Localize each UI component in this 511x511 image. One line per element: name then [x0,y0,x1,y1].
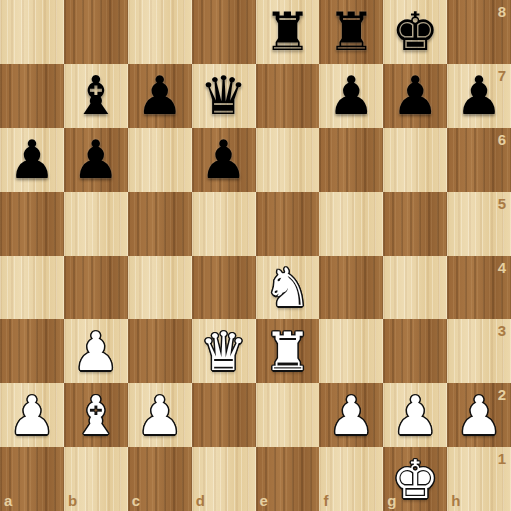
square-h1[interactable]: h1 [447,447,511,511]
piece-black-rook-f8[interactable]: ♜ [319,0,383,64]
square-h7[interactable]: 7♟ [447,64,511,128]
square-d1[interactable]: d [192,447,256,511]
square-f8[interactable]: ♜ [319,0,383,64]
piece-black-pawn-a6[interactable]: ♟ [0,128,64,192]
square-a7[interactable] [0,64,64,128]
piece-white-king-g1[interactable]: ♚ [383,447,447,511]
square-h8[interactable]: 8 [447,0,511,64]
square-c5[interactable] [128,192,192,256]
square-g8[interactable]: ♚ [383,0,447,64]
square-f4[interactable] [319,256,383,320]
piece-black-pawn-g7[interactable]: ♟ [383,64,447,128]
square-a4[interactable] [0,256,64,320]
piece-black-pawn-c7[interactable]: ♟ [128,64,192,128]
square-g6[interactable] [383,128,447,192]
square-d8[interactable] [192,0,256,64]
square-g2[interactable]: ♟ [383,383,447,447]
piece-white-pawn-h2[interactable]: ♟ [447,383,511,447]
piece-white-pawn-c2[interactable]: ♟ [128,383,192,447]
square-b3[interactable]: ♟ [64,319,128,383]
piece-white-pawn-b3[interactable]: ♟ [64,319,128,383]
rank-label-4: 4 [498,259,506,276]
file-label-a: a [4,492,12,509]
piece-black-rook-e8[interactable]: ♜ [256,0,320,64]
square-g4[interactable] [383,256,447,320]
square-f6[interactable] [319,128,383,192]
square-c7[interactable]: ♟ [128,64,192,128]
square-a6[interactable]: ♟ [0,128,64,192]
square-b6[interactable]: ♟ [64,128,128,192]
piece-black-pawn-h7[interactable]: ♟ [447,64,511,128]
square-d2[interactable] [192,383,256,447]
square-b1[interactable]: b [64,447,128,511]
square-f5[interactable] [319,192,383,256]
square-b8[interactable] [64,0,128,64]
square-e7[interactable] [256,64,320,128]
square-h4[interactable]: 4 [447,256,511,320]
square-d3[interactable]: ♛ [192,319,256,383]
square-b7[interactable]: ♝ [64,64,128,128]
square-f1[interactable]: f [319,447,383,511]
square-e2[interactable] [256,383,320,447]
square-d4[interactable] [192,256,256,320]
square-c1[interactable]: c [128,447,192,511]
square-h3[interactable]: 3 [447,319,511,383]
square-d5[interactable] [192,192,256,256]
square-a5[interactable] [0,192,64,256]
file-label-f: f [323,492,328,509]
piece-black-queen-d7[interactable]: ♛ [192,64,256,128]
square-e5[interactable] [256,192,320,256]
square-f2[interactable]: ♟ [319,383,383,447]
chess-board: ♜♜♚8♝♟♛♟♟7♟♟♟♟65♞4♟♛♜3♟♝♟♟♟2♟abcdefg♚h1 [0,0,511,511]
square-h2[interactable]: 2♟ [447,383,511,447]
square-b5[interactable] [64,192,128,256]
file-label-d: d [196,492,205,509]
square-b2[interactable]: ♝ [64,383,128,447]
piece-white-rook-e3[interactable]: ♜ [256,319,320,383]
rank-label-5: 5 [498,195,506,212]
piece-white-pawn-a2[interactable]: ♟ [0,383,64,447]
square-e6[interactable] [256,128,320,192]
piece-black-pawn-d6[interactable]: ♟ [192,128,256,192]
piece-white-bishop-b2[interactable]: ♝ [64,383,128,447]
square-e3[interactable]: ♜ [256,319,320,383]
file-label-h: h [451,492,460,509]
square-g7[interactable]: ♟ [383,64,447,128]
piece-black-pawn-f7[interactable]: ♟ [319,64,383,128]
square-e8[interactable]: ♜ [256,0,320,64]
square-a1[interactable]: a [0,447,64,511]
piece-white-knight-e4[interactable]: ♞ [256,256,320,320]
square-e1[interactable]: e [256,447,320,511]
square-c6[interactable] [128,128,192,192]
square-d7[interactable]: ♛ [192,64,256,128]
square-b4[interactable] [64,256,128,320]
rank-label-1: 1 [498,450,506,467]
square-a3[interactable] [0,319,64,383]
piece-black-king-g8[interactable]: ♚ [383,0,447,64]
square-g5[interactable] [383,192,447,256]
square-g1[interactable]: g♚ [383,447,447,511]
square-a2[interactable]: ♟ [0,383,64,447]
square-c8[interactable] [128,0,192,64]
square-c4[interactable] [128,256,192,320]
piece-white-queen-d3[interactable]: ♛ [192,319,256,383]
square-e4[interactable]: ♞ [256,256,320,320]
file-label-b: b [68,492,77,509]
square-c2[interactable]: ♟ [128,383,192,447]
piece-white-pawn-g2[interactable]: ♟ [383,383,447,447]
square-f7[interactable]: ♟ [319,64,383,128]
file-label-c: c [132,492,140,509]
square-f3[interactable] [319,319,383,383]
rank-label-3: 3 [498,322,506,339]
square-a8[interactable] [0,0,64,64]
square-d6[interactable]: ♟ [192,128,256,192]
piece-white-pawn-f2[interactable]: ♟ [319,383,383,447]
square-c3[interactable] [128,319,192,383]
rank-label-8: 8 [498,3,506,20]
file-label-e: e [260,492,268,509]
piece-black-pawn-b6[interactable]: ♟ [64,128,128,192]
square-h6[interactable]: 6 [447,128,511,192]
piece-black-bishop-b7[interactable]: ♝ [64,64,128,128]
square-g3[interactable] [383,319,447,383]
rank-label-6: 6 [498,131,506,148]
square-h5[interactable]: 5 [447,192,511,256]
